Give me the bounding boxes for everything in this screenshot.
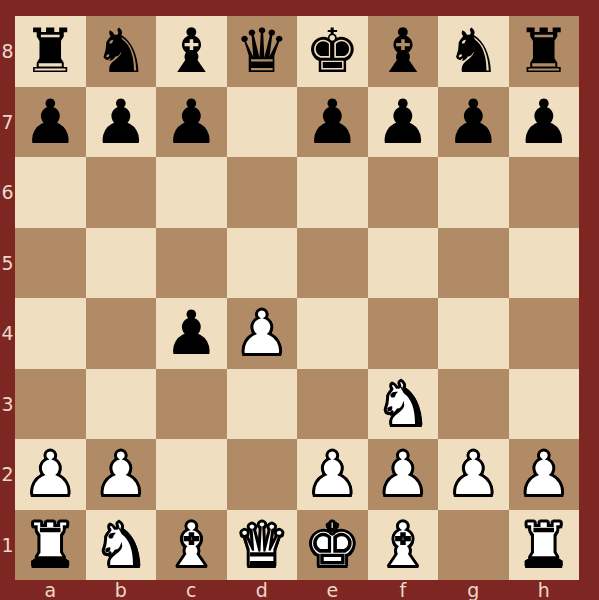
file-label-f: f [368,580,439,600]
piece-black-rook[interactable]: ♜ [23,16,78,87]
piece-black-pawn[interactable]: ♟ [446,87,501,158]
square-d2[interactable] [227,439,298,510]
rank-label-2: 2 [0,439,15,510]
rank-label-8: 8 [0,16,15,87]
square-d7[interactable] [227,87,298,158]
rank-labels: 87654321 [0,16,15,580]
piece-white-queen[interactable]: ♛ [234,510,289,581]
square-g4[interactable] [438,298,509,369]
square-c1[interactable]: ♝ [156,510,227,581]
square-c8[interactable]: ♝ [156,16,227,87]
square-a7[interactable]: ♟ [15,87,86,158]
rank-label-7: 7 [0,87,15,158]
chess-board[interactable]: ♜♞♝♛♚♝♞♜♟♟♟♟♟♟♟♟♟♞♟♟♟♟♟♟♜♞♝♛♚♝♜ [15,16,579,580]
square-e2[interactable]: ♟ [297,439,368,510]
square-h4[interactable] [509,298,580,369]
file-label-g: g [438,580,509,600]
square-f4[interactable] [368,298,439,369]
piece-white-pawn[interactable]: ♟ [93,439,148,510]
square-g5[interactable] [438,228,509,299]
piece-black-pawn[interactable]: ♟ [516,87,571,158]
piece-black-knight[interactable]: ♞ [446,16,501,87]
rank-label-6: 6 [0,157,15,228]
file-label-d: d [227,580,298,600]
piece-white-bishop[interactable]: ♝ [375,510,430,581]
piece-black-queen[interactable]: ♛ [234,16,289,87]
square-b2[interactable]: ♟ [86,439,157,510]
piece-black-bishop[interactable]: ♝ [375,16,430,87]
square-g8[interactable]: ♞ [438,16,509,87]
square-a1[interactable]: ♜ [15,510,86,581]
piece-black-rook[interactable]: ♜ [516,16,571,87]
piece-white-pawn[interactable]: ♟ [516,439,571,510]
square-c3[interactable] [156,369,227,440]
square-d3[interactable] [227,369,298,440]
file-labels: abcdefgh [15,580,579,600]
piece-white-rook[interactable]: ♜ [23,510,78,581]
piece-white-bishop[interactable]: ♝ [164,510,219,581]
piece-white-pawn[interactable]: ♟ [446,439,501,510]
file-label-c: c [156,580,227,600]
square-a2[interactable]: ♟ [15,439,86,510]
square-h1[interactable]: ♜ [509,510,580,581]
square-g1[interactable] [438,510,509,581]
square-h2[interactable]: ♟ [509,439,580,510]
square-h6[interactable] [509,157,580,228]
piece-black-pawn[interactable]: ♟ [164,87,219,158]
piece-white-knight[interactable]: ♞ [375,369,430,440]
square-g7[interactable]: ♟ [438,87,509,158]
piece-white-pawn[interactable]: ♟ [305,439,360,510]
rank-label-1: 1 [0,510,15,581]
square-f5[interactable] [368,228,439,299]
rank-label-3: 3 [0,369,15,440]
piece-white-king[interactable]: ♚ [305,510,360,581]
square-d4[interactable]: ♟ [227,298,298,369]
square-e6[interactable] [297,157,368,228]
piece-black-pawn[interactable]: ♟ [23,87,78,158]
piece-white-knight[interactable]: ♞ [93,510,148,581]
square-e5[interactable] [297,228,368,299]
square-e3[interactable] [297,369,368,440]
square-a3[interactable] [15,369,86,440]
square-d8[interactable]: ♛ [227,16,298,87]
square-g6[interactable] [438,157,509,228]
square-a5[interactable] [15,228,86,299]
chess-board-frame: 87654321 ♜♞♝♛♚♝♞♜♟♟♟♟♟♟♟♟♟♞♟♟♟♟♟♟♜♞♝♛♚♝♜… [0,0,599,600]
square-b6[interactable] [86,157,157,228]
square-b7[interactable]: ♟ [86,87,157,158]
square-e1[interactable]: ♚ [297,510,368,581]
square-c4[interactable]: ♟ [156,298,227,369]
square-d5[interactable] [227,228,298,299]
square-h3[interactable] [509,369,580,440]
square-c2[interactable] [156,439,227,510]
piece-black-bishop[interactable]: ♝ [164,16,219,87]
square-f1[interactable]: ♝ [368,510,439,581]
piece-white-rook[interactable]: ♜ [516,510,571,581]
square-f8[interactable]: ♝ [368,16,439,87]
piece-white-pawn[interactable]: ♟ [375,439,430,510]
square-a4[interactable] [15,298,86,369]
file-label-h: h [509,580,580,600]
square-h5[interactable] [509,228,580,299]
square-h8[interactable]: ♜ [509,16,580,87]
piece-black-pawn[interactable]: ♟ [305,87,360,158]
file-label-a: a [15,580,86,600]
square-h7[interactable]: ♟ [509,87,580,158]
square-b3[interactable] [86,369,157,440]
square-e8[interactable]: ♚ [297,16,368,87]
square-e4[interactable] [297,298,368,369]
rank-label-5: 5 [0,228,15,299]
square-b8[interactable]: ♞ [86,16,157,87]
square-d1[interactable]: ♛ [227,510,298,581]
square-c7[interactable]: ♟ [156,87,227,158]
square-c6[interactable] [156,157,227,228]
square-f6[interactable] [368,157,439,228]
file-label-e: e [297,580,368,600]
piece-black-pawn[interactable]: ♟ [93,87,148,158]
piece-black-pawn[interactable]: ♟ [375,87,430,158]
square-f7[interactable]: ♟ [368,87,439,158]
square-b4[interactable] [86,298,157,369]
square-g3[interactable] [438,369,509,440]
piece-white-pawn[interactable]: ♟ [23,439,78,510]
piece-black-knight[interactable]: ♞ [93,16,148,87]
square-f2[interactable]: ♟ [368,439,439,510]
piece-black-king[interactable]: ♚ [305,16,360,87]
square-f3[interactable]: ♞ [368,369,439,440]
square-d6[interactable] [227,157,298,228]
piece-black-pawn[interactable]: ♟ [164,298,219,369]
square-b1[interactable]: ♞ [86,510,157,581]
square-b5[interactable] [86,228,157,299]
square-e7[interactable]: ♟ [297,87,368,158]
square-g2[interactable]: ♟ [438,439,509,510]
square-a8[interactable]: ♜ [15,16,86,87]
square-c5[interactable] [156,228,227,299]
piece-white-pawn[interactable]: ♟ [234,298,289,369]
rank-label-4: 4 [0,298,15,369]
square-a6[interactable] [15,157,86,228]
file-label-b: b [86,580,157,600]
